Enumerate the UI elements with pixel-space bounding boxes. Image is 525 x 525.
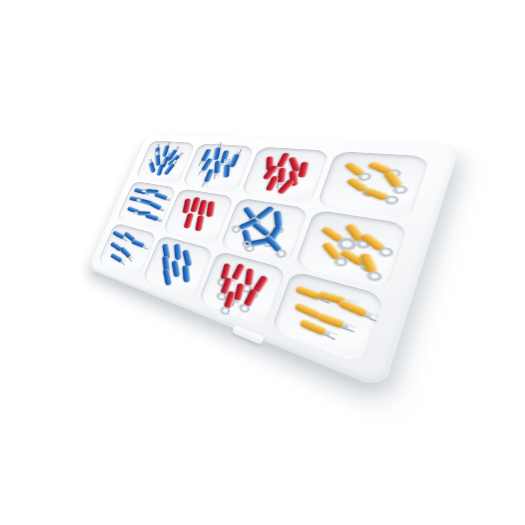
compartment-r1c3-red [240,147,330,205]
ring-metal-end-icon [366,271,383,282]
ring-metal-end-icon [231,225,243,234]
blade-metal-end-icon [155,151,159,156]
blade-metal-end-icon [174,145,180,150]
terminal-red-fork [231,263,245,281]
blade-metal-end-icon [177,151,183,156]
fork-metal-end-icon [215,142,222,148]
ring-metal-end-icon [383,194,402,205]
terminal-red-butt [195,215,205,231]
terminal-red-butt [298,162,310,178]
terminal-blue-butt [174,244,182,261]
terminal-yellow-bigring [320,225,345,242]
fork-metal-end-icon [214,172,220,179]
terminal-blue-ring [255,205,275,220]
terminal-blue-fork [131,238,145,247]
terminal-blue-fork [214,160,221,174]
terminal-red-fork [277,167,286,182]
tray-edge-tab [232,325,265,345]
terminal-blue-butt [182,249,192,266]
terminal-blue-fork [120,246,132,258]
fork-metal-end-icon [363,310,380,322]
terminal-blue-bullet [145,213,160,221]
fork-metal-end-icon [202,181,210,188]
bullet-metal-end-icon [166,196,172,201]
ring-metal-end-icon [220,305,231,316]
terminal-yellow-ring [363,187,391,201]
fork-metal-end-icon [120,258,128,265]
terminal-blue-bullet [154,191,169,200]
ring-metal-end-icon [376,246,396,259]
bullet-metal-end-icon [136,198,142,202]
bullet-metal-end-icon [133,211,138,214]
terminal-blue-bullet [149,200,163,210]
terminal-blue-fork [110,252,123,262]
fork-metal-end-icon [234,148,243,155]
ring-metal-end-icon [275,248,289,259]
terminal-blue-fork [213,147,221,160]
compartment-r1c4-yellow [316,151,430,219]
terminal-yellow-ring [344,161,367,176]
bullet-metal-end-icon [157,217,163,222]
fork-metal-end-icon [341,321,357,333]
fork-metal-end-icon [198,169,206,176]
fork-metal-end-icon [142,243,150,250]
terminal-red-butt [183,213,194,229]
bullet-metal-end-icon [141,189,146,192]
blade-metal-end-icon [165,141,169,145]
fork-metal-end-icon [128,254,136,262]
terminal-blue-ring [274,210,283,227]
terminal-red-butt [206,201,215,217]
blade-metal-end-icon [172,159,178,164]
compartment-r3c3-red [198,250,287,328]
product-photo [0,0,525,525]
terminal-blue-butt [182,265,190,282]
blade-metal-end-icon [156,143,159,148]
terminal-blue-butt [163,268,172,285]
terminal-blue-fork [223,163,230,177]
terminal-red-ring [245,268,255,286]
fork-metal-end-icon [323,329,338,341]
ring-metal-end-icon [239,303,252,314]
bullet-metal-end-icon [160,206,166,211]
ring-metal-end-icon [392,184,410,195]
tray [87,133,460,390]
blade-metal-end-icon [148,158,152,163]
terminal-blue-butt [171,260,180,277]
